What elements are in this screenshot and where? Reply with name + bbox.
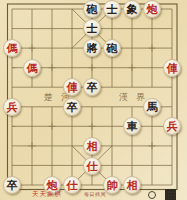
piece-label: 俥 [167,59,178,75]
caption-bar: 天天象棋 每日残局 [0,189,187,200]
piece-red-傌[interactable]: 傌 [3,39,21,57]
piece-black-馬[interactable]: 馬 [143,98,161,116]
piece-label: 象 [127,0,138,16]
piece-label: 俥 [67,79,78,95]
qr-code-icon [166,190,175,199]
piece-label: 士 [107,0,118,16]
xiangqi-board-photo: 楚 河 漢 界 砲士象炮士傌將砲傌俥俥卒兵卒馬車兵相仕卒炮仕帥相 天天象棋 每日… [0,0,187,200]
piece-black-砲[interactable]: 砲 [103,39,121,57]
piece-black-卒[interactable]: 卒 [63,98,81,116]
piece-red-兵[interactable]: 兵 [163,117,181,135]
piece-black-士[interactable]: 士 [83,19,101,37]
piece-red-炮[interactable]: 炮 [143,0,161,18]
piece-red-仕[interactable]: 仕 [83,157,101,175]
piece-red-俥[interactable]: 俥 [63,78,81,96]
piece-layer: 砲士象炮士傌將砲傌俥俥卒兵卒馬車兵相仕卒炮仕帥相 [2,0,182,195]
piece-black-將[interactable]: 將 [83,39,101,57]
piece-black-車[interactable]: 車 [123,117,141,135]
piece-red-傌[interactable]: 傌 [23,59,41,77]
piece-black-象[interactable]: 象 [123,0,141,18]
piece-label: 砲 [107,39,118,55]
piece-label: 車 [127,118,138,134]
piece-label: 砲 [87,0,98,16]
caption-subtext: 每日残局 [84,191,106,197]
piece-label: 將 [87,39,98,55]
piece-black-卒[interactable]: 卒 [83,78,101,96]
piece-red-相[interactable]: 相 [83,137,101,155]
piece-label: 仕 [87,157,98,173]
piece-label: 傌 [27,59,38,75]
piece-label: 相 [87,137,98,153]
app-watermark: 天天象棋 [32,190,62,199]
piece-label: 傌 [7,39,18,55]
piece-red-兵[interactable]: 兵 [3,98,21,116]
piece-label: 卒 [67,98,78,114]
piece-label: 馬 [147,98,158,114]
piece-label: 兵 [7,98,18,114]
piece-red-俥[interactable]: 俥 [163,59,181,77]
piece-label: 士 [87,20,98,36]
piece-black-砲[interactable]: 砲 [83,0,101,18]
piece-black-士[interactable]: 士 [103,0,121,18]
piece-label: 卒 [87,79,98,95]
piece-label: 炮 [147,0,158,16]
emblem-logo-icon [148,191,156,199]
piece-label: 兵 [167,118,178,134]
